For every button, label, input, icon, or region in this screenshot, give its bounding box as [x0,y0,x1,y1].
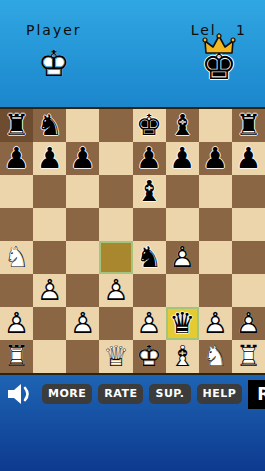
square-c4[interactable] [66,241,99,274]
square-e4[interactable]: ♞ [133,241,166,274]
square-e1[interactable]: ♚♔ [133,340,166,373]
square-f6[interactable] [166,175,199,208]
square-g2[interactable]: ♟♙ [199,307,232,340]
square-b2[interactable] [33,307,66,340]
black-pawn[interactable]: ♟ [33,142,66,175]
black-pawn[interactable]: ♟ [232,142,265,175]
square-a1[interactable]: ♜♖ [0,340,33,373]
white-king-icon: ♚ ♔ [35,44,73,87]
black-pawn[interactable]: ♟ [199,142,232,175]
black-king-crown-icon: ♚ [196,40,242,86]
white-pawn[interactable]: ♟♙ [0,307,33,340]
square-h5[interactable] [232,208,265,241]
square-h3[interactable] [232,274,265,307]
square-f7[interactable]: ♟ [166,142,199,175]
square-g7[interactable]: ♟ [199,142,232,175]
rate-button[interactable]: RATE [98,384,143,404]
square-c1[interactable] [66,340,99,373]
square-a8[interactable]: ♜ [0,109,33,142]
more-button[interactable]: MORE [42,384,92,404]
white-knight[interactable]: ♞♘ [199,340,232,373]
square-g3[interactable] [199,274,232,307]
player-label: Player [26,22,82,38]
white-knight[interactable]: ♞♘ [0,241,33,274]
speaker-icon [6,382,36,406]
chess-app: Player ♚ ♔ Lel. 1 ♚ ♜♞♚♝♜♟♟♟♟♟♟♟♝♞♘♞ [0,0,265,471]
square-a6[interactable] [0,175,33,208]
square-e8[interactable]: ♚ [133,109,166,142]
square-c5[interactable] [66,208,99,241]
black-queen[interactable]: ♛ [166,307,199,340]
square-b7[interactable]: ♟ [33,142,66,175]
square-a3[interactable] [0,274,33,307]
square-c8[interactable] [66,109,99,142]
black-pawn[interactable]: ♟ [133,142,166,175]
controls-bar: MORERATESUP.HELP RESTART [6,379,262,409]
square-g4[interactable] [199,241,232,274]
square-c7[interactable]: ♟ [66,142,99,175]
white-pawn[interactable]: ♟♙ [232,307,265,340]
square-b6[interactable] [33,175,66,208]
square-e2[interactable]: ♟♙ [133,307,166,340]
black-rook[interactable]: ♜ [0,109,33,142]
player-side: Player ♚ ♔ [26,22,82,87]
engine-side: Lel. 1 ♚ [191,22,247,86]
square-g8[interactable] [199,109,232,142]
square-f5[interactable] [166,208,199,241]
square-g6[interactable] [199,175,232,208]
square-d2[interactable] [99,307,132,340]
square-c6[interactable] [66,175,99,208]
square-f4[interactable]: ♟♙ [166,241,199,274]
sound-button[interactable] [6,382,36,406]
square-a7[interactable]: ♟ [0,142,33,175]
square-d5[interactable] [99,208,132,241]
menu-buttons: MORERATESUP.HELP [42,384,248,404]
square-c3[interactable] [66,274,99,307]
square-d7[interactable] [99,142,132,175]
square-g1[interactable]: ♞♘ [199,340,232,373]
white-pawn[interactable]: ♟♙ [66,307,99,340]
sup-button[interactable]: SUP. [149,384,190,404]
white-pawn[interactable]: ♟♙ [166,241,199,274]
square-b5[interactable] [33,208,66,241]
square-d1[interactable]: ♛♕ [99,340,132,373]
white-king[interactable]: ♚♔ [133,340,166,373]
black-king[interactable]: ♚ [133,109,166,142]
white-pawn[interactable]: ♟♙ [133,307,166,340]
square-f3[interactable] [166,274,199,307]
restart-button[interactable]: RESTART [248,380,265,409]
white-rook[interactable]: ♜♖ [0,340,33,373]
chess-board: ♜♞♚♝♜♟♟♟♟♟♟♟♝♞♘♞♟♙♟♙♟♙♟♙♟♙♟♙♛♟♙♟♙♜♖♛♕♚♔♝… [0,107,265,375]
header: Player ♚ ♔ Lel. 1 ♚ [0,0,265,107]
square-h7[interactable]: ♟ [232,142,265,175]
square-d4[interactable] [99,241,132,274]
white-pawn[interactable]: ♟♙ [99,274,132,307]
square-b3[interactable]: ♟♙ [33,274,66,307]
square-d8[interactable] [99,109,132,142]
square-g5[interactable] [199,208,232,241]
square-d3[interactable]: ♟♙ [99,274,132,307]
white-pawn[interactable]: ♟♙ [199,307,232,340]
square-e7[interactable]: ♟ [133,142,166,175]
black-knight[interactable]: ♞ [133,241,166,274]
square-h4[interactable] [232,241,265,274]
square-f1[interactable]: ♝♗ [166,340,199,373]
black-pawn[interactable]: ♟ [66,142,99,175]
square-h6[interactable] [232,175,265,208]
white-queen[interactable]: ♛♕ [99,340,132,373]
square-a4[interactable]: ♞♘ [0,241,33,274]
black-pawn[interactable]: ♟ [166,142,199,175]
square-a5[interactable] [0,208,33,241]
square-a2[interactable]: ♟♙ [0,307,33,340]
footer: MORERATESUP.HELP RESTART [0,375,265,471]
white-bishop[interactable]: ♝♗ [166,340,199,373]
white-pawn[interactable]: ♟♙ [33,274,66,307]
gold-crown-icon [202,33,236,57]
square-f8[interactable]: ♝ [166,109,199,142]
square-e6[interactable]: ♝ [133,175,166,208]
square-c2[interactable]: ♟♙ [66,307,99,340]
square-b4[interactable] [33,241,66,274]
black-bishop[interactable]: ♝ [133,175,166,208]
square-f2[interactable]: ♛ [166,307,199,340]
black-bishop[interactable]: ♝ [166,109,199,142]
square-b1[interactable] [33,340,66,373]
black-knight[interactable]: ♞ [33,109,66,142]
square-d6[interactable] [99,175,132,208]
square-b8[interactable]: ♞ [33,109,66,142]
square-e5[interactable] [133,208,166,241]
white-rook[interactable]: ♜♖ [232,340,265,373]
black-rook[interactable]: ♜ [232,109,265,142]
help-button[interactable]: HELP [197,384,243,404]
square-h8[interactable]: ♜ [232,109,265,142]
square-e3[interactable] [133,274,166,307]
square-h1[interactable]: ♜♖ [232,340,265,373]
black-pawn[interactable]: ♟ [0,142,33,175]
square-h2[interactable]: ♟♙ [232,307,265,340]
